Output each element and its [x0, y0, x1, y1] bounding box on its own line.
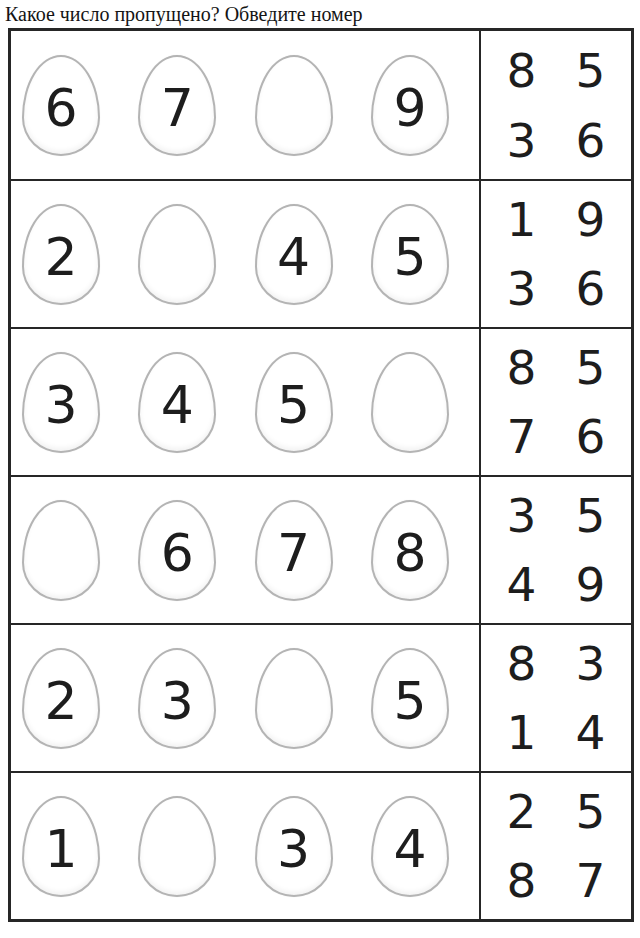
answer-option[interactable]: 7 [576, 857, 606, 904]
answer-option[interactable]: 4 [507, 561, 537, 608]
answer-option[interactable]: 2 [507, 788, 537, 835]
egg-number: 8 [393, 522, 426, 579]
answer-choices: 1936 [479, 181, 631, 327]
egg: 3 [138, 648, 216, 749]
egg: 6 [22, 55, 100, 156]
answer-option[interactable]: 3 [576, 640, 606, 687]
answer-option[interactable]: 5 [576, 344, 606, 391]
egg: 3 [255, 796, 333, 897]
worksheet-row: 2358314 [11, 623, 631, 771]
worksheet-table: 6798536245193634585766783549235831413425… [8, 28, 634, 922]
answer-option[interactable]: 9 [576, 196, 606, 243]
egg-empty[interactable] [371, 352, 449, 453]
egg-number: 2 [44, 670, 77, 727]
egg-empty[interactable] [138, 796, 216, 897]
egg-empty[interactable] [255, 55, 333, 156]
egg: 7 [138, 55, 216, 156]
egg-empty[interactable] [22, 500, 100, 601]
egg: 8 [371, 500, 449, 601]
egg: 2 [22, 648, 100, 749]
egg-number: 4 [161, 374, 194, 431]
egg: 2 [22, 204, 100, 305]
egg-number: 4 [393, 818, 426, 875]
answer-option[interactable]: 7 [507, 413, 537, 460]
egg-empty[interactable] [138, 204, 216, 305]
answer-option[interactable]: 6 [576, 117, 606, 164]
egg-row: 235 [11, 625, 479, 771]
answer-option[interactable]: 9 [576, 561, 606, 608]
egg: 5 [371, 648, 449, 749]
egg: 4 [255, 204, 333, 305]
egg-row: 134 [11, 773, 479, 919]
worksheet-page: Какое число пропущено? Обведите номер 67… [0, 0, 640, 938]
egg-number: 5 [393, 670, 426, 727]
answer-option[interactable]: 1 [507, 196, 537, 243]
answer-option[interactable]: 8 [507, 640, 537, 687]
answer-option[interactable]: 3 [507, 117, 537, 164]
egg-number: 5 [393, 226, 426, 283]
answer-option[interactable]: 6 [576, 265, 606, 312]
egg-number: 6 [161, 522, 194, 579]
answer-choices: 3549 [479, 477, 631, 623]
worksheet-row: 6783549 [11, 475, 631, 623]
egg: 1 [22, 796, 100, 897]
worksheet-row: 1342587 [11, 771, 631, 919]
answer-choices: 8576 [479, 329, 631, 475]
answer-option[interactable]: 3 [507, 492, 537, 539]
egg-row: 679 [11, 31, 479, 179]
egg-number: 7 [161, 77, 194, 134]
egg-number: 3 [161, 670, 194, 727]
egg-number: 4 [277, 226, 310, 283]
egg: 4 [138, 352, 216, 453]
egg-number: 3 [44, 374, 77, 431]
egg-number: 3 [277, 818, 310, 875]
worksheet-row: 2451936 [11, 179, 631, 327]
egg: 7 [255, 500, 333, 601]
egg: 5 [255, 352, 333, 453]
egg: 3 [22, 352, 100, 453]
egg-number: 2 [44, 226, 77, 283]
egg-number: 1 [44, 818, 77, 875]
answer-option[interactable]: 5 [576, 788, 606, 835]
answer-option[interactable]: 8 [507, 857, 537, 904]
answer-option[interactable]: 6 [576, 413, 606, 460]
egg-number: 6 [44, 77, 77, 134]
answer-choices: 8536 [479, 31, 631, 179]
worksheet-title: Какое число пропущено? Обведите номер [0, 0, 640, 28]
answer-choices: 8314 [479, 625, 631, 771]
answer-choices: 2587 [479, 773, 631, 919]
worksheet-row: 6798536 [11, 31, 631, 179]
egg-row: 678 [11, 477, 479, 623]
egg: 9 [371, 55, 449, 156]
answer-option[interactable]: 1 [507, 709, 537, 756]
answer-option[interactable]: 8 [507, 344, 537, 391]
egg-number: 9 [393, 77, 426, 134]
answer-option[interactable]: 5 [576, 492, 606, 539]
egg: 5 [371, 204, 449, 305]
egg-number: 7 [277, 522, 310, 579]
egg-row: 245 [11, 181, 479, 327]
answer-option[interactable]: 5 [576, 47, 606, 94]
answer-option[interactable]: 3 [507, 265, 537, 312]
egg: 4 [371, 796, 449, 897]
egg-row: 345 [11, 329, 479, 475]
egg: 6 [138, 500, 216, 601]
answer-option[interactable]: 8 [507, 47, 537, 94]
egg-number: 5 [277, 374, 310, 431]
worksheet-row: 3458576 [11, 327, 631, 475]
egg-empty[interactable] [255, 648, 333, 749]
answer-option[interactable]: 4 [576, 709, 606, 756]
